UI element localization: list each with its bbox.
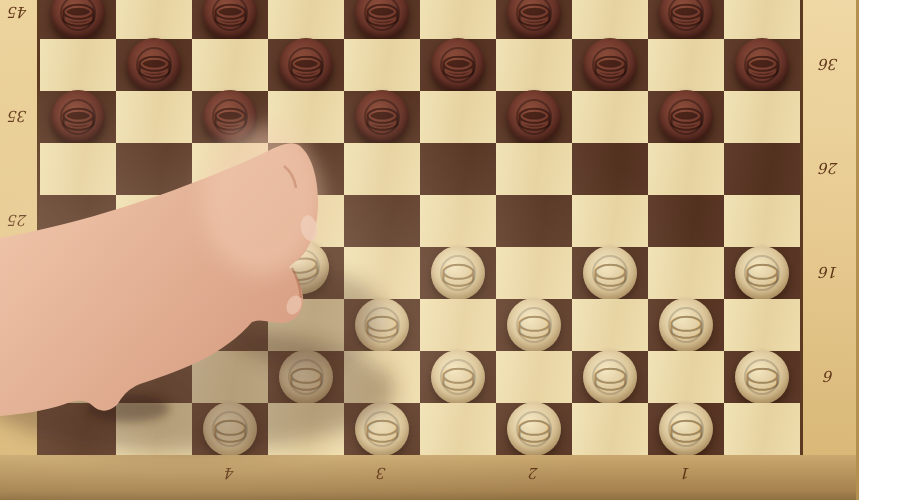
player-hand (0, 0, 900, 500)
draughts-photo-scene: ⛂⛂⛂⛂⛂⛂⛂⛂⛂⛂⛂⛂⛂⛂⛂⛀⛀⛀⛀⛀⛀⛀⛀⛀⛀⛀⛀⛀⛀⛀ 45 35 25 … (0, 0, 900, 500)
knuckle-highlight (202, 125, 322, 275)
